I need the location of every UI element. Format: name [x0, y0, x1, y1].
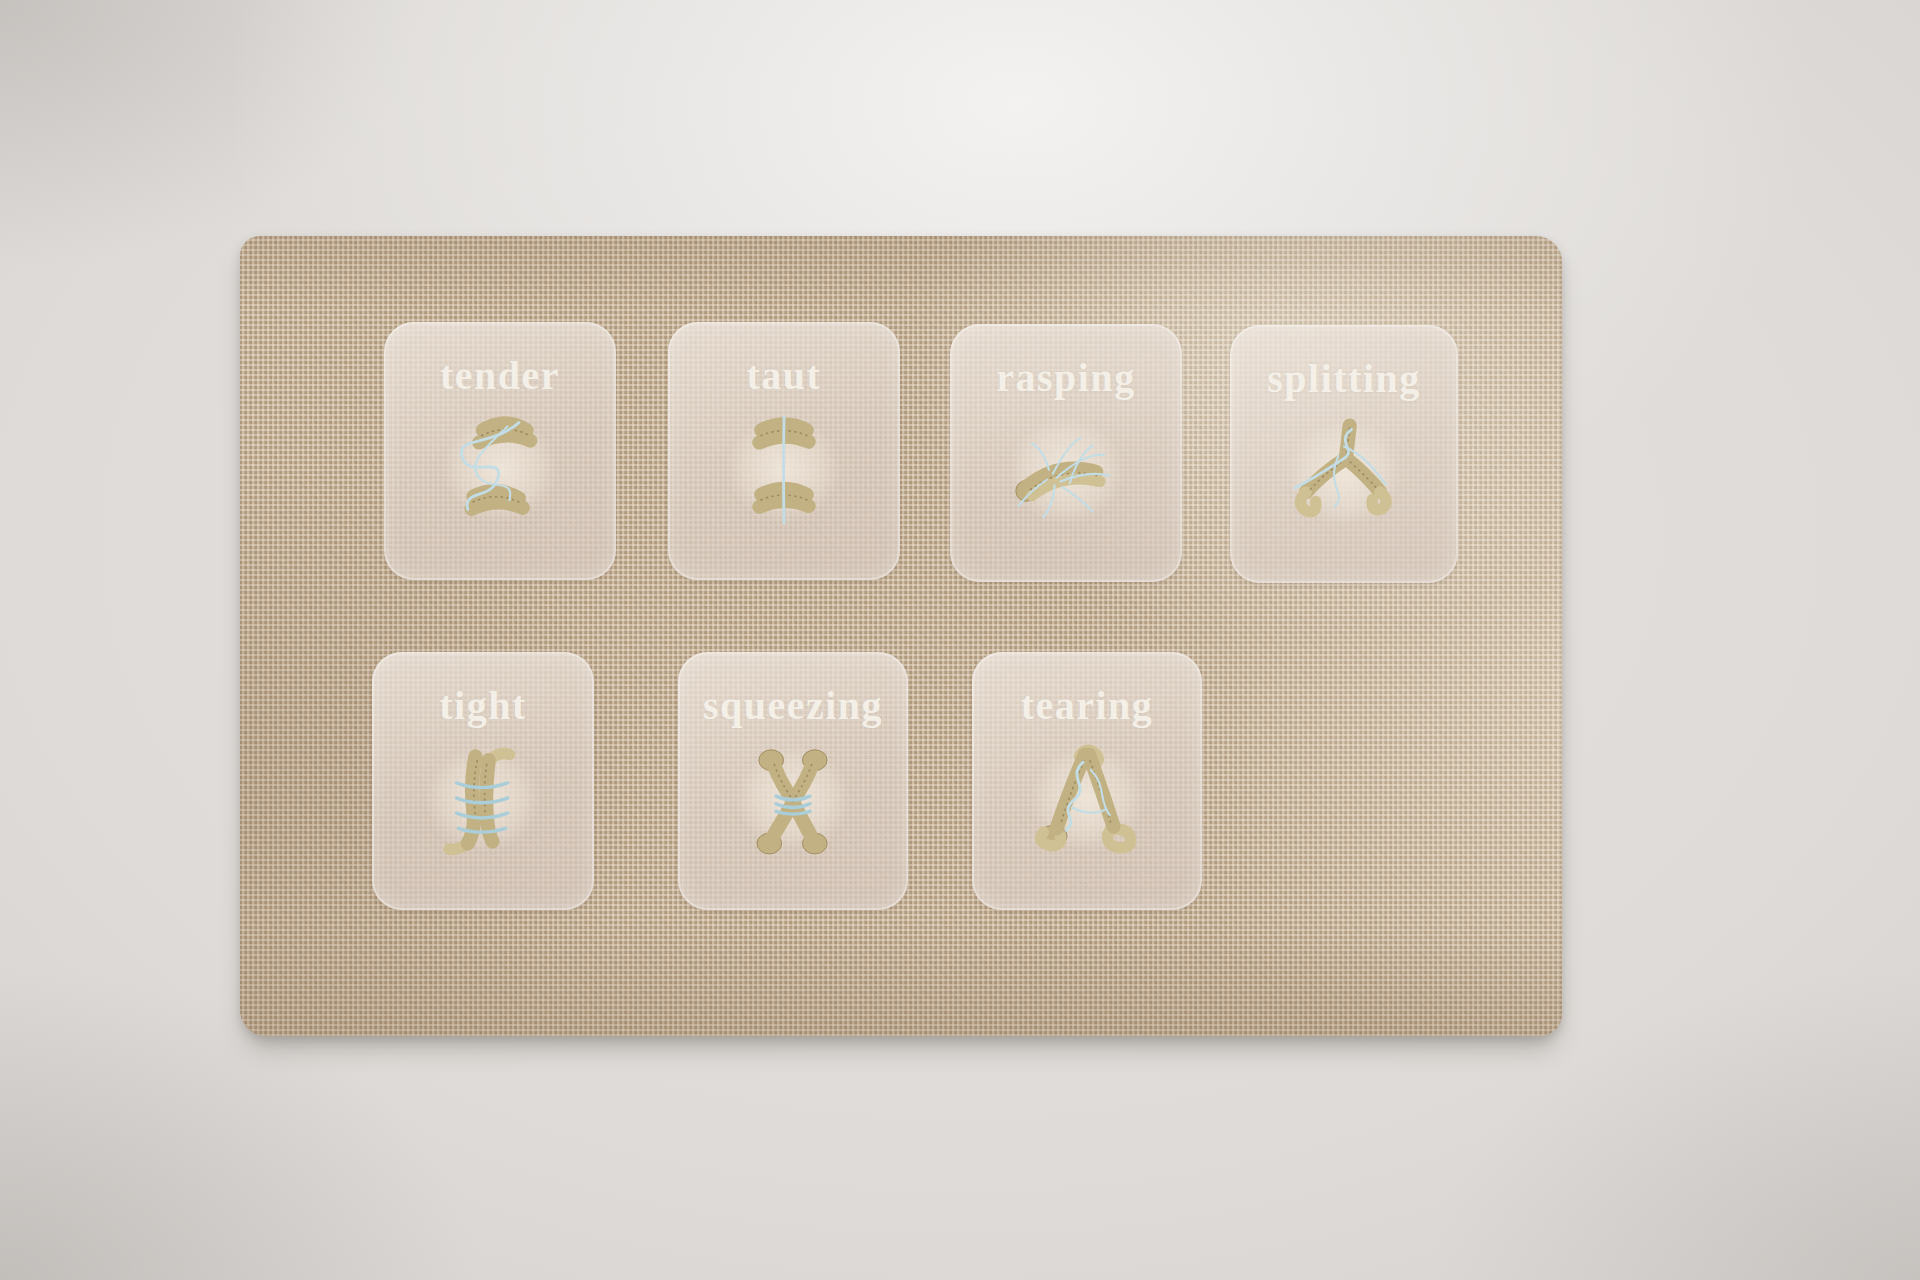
- tile-splitting: splitting: [1230, 325, 1458, 583]
- squeezing-knot-icon: [717, 728, 869, 870]
- tile-squeezing: squeezing: [678, 652, 908, 910]
- tender-knot-icon: [424, 398, 576, 540]
- tile-label-tearing: tearing: [972, 682, 1202, 729]
- tearing-knot-icon: [1011, 728, 1163, 870]
- tile-label-taut: taut: [668, 352, 900, 399]
- taut-knot-icon: [708, 398, 860, 540]
- tile-label-splitting: splitting: [1230, 355, 1458, 402]
- photo-scene: tender taut: [0, 0, 1920, 1280]
- tile-tight: tight: [372, 652, 594, 910]
- tile-rasping: rasping: [950, 324, 1182, 582]
- tile-taut: taut: [668, 322, 900, 580]
- tile-label-rasping: rasping: [950, 354, 1182, 401]
- tile-label-tender: tender: [384, 352, 616, 399]
- burlap-fabric-board: tender taut: [240, 236, 1562, 1036]
- rasping-knot-icon: [990, 400, 1142, 542]
- tile-label-squeezing: squeezing: [678, 682, 908, 729]
- tight-knot-icon: [407, 728, 559, 870]
- tile-tearing: tearing: [972, 652, 1202, 910]
- tile-label-tight: tight: [372, 682, 594, 729]
- tile-tender: tender: [384, 322, 616, 580]
- splitting-knot-icon: [1268, 401, 1420, 543]
